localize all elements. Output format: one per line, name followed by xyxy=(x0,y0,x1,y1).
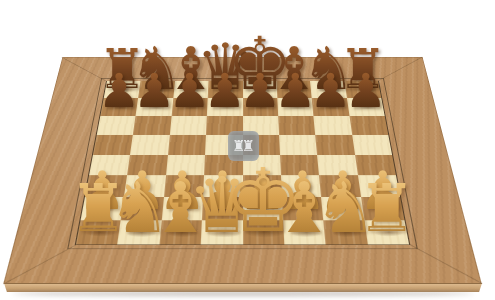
piece-black-pawn-h7[interactable]: ♟ xyxy=(345,67,387,114)
watermark-logo: ♜♜ xyxy=(228,131,259,161)
chess-set-photo: ♜♞♝♛♚♝♞♜♟♟♟♟♟♟♟♟♟♟♟♟♟♟♟♟♜♞♝♛♚♝♞♜ ♜♜ xyxy=(0,0,495,300)
piece-white-rook-h1[interactable]: ♜ xyxy=(357,176,416,242)
watermark-rooks-icon: ♜♜ xyxy=(232,139,251,154)
